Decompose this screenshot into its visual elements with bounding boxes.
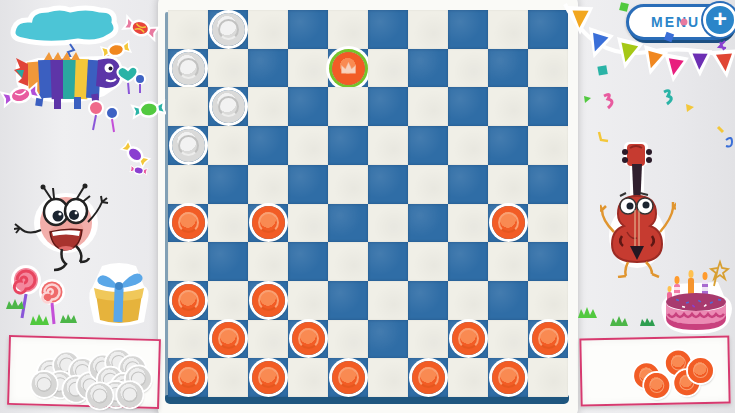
- confetti-square-icon: [597, 65, 607, 75]
- gift-box-icon: [86, 260, 152, 332]
- square-r2c10[interactable]: [528, 49, 568, 88]
- square-r8c8[interactable]: [448, 281, 488, 320]
- candy-icon: [130, 165, 148, 175]
- orange-piece[interactable]: [172, 361, 205, 394]
- square-r10c10[interactable]: [528, 358, 568, 397]
- square-r4c4[interactable]: [288, 126, 328, 165]
- square-r5c5[interactable]: [328, 165, 368, 204]
- square-r5c7[interactable]: [408, 165, 448, 204]
- square-r2c5[interactable]: [328, 49, 368, 88]
- square-r2c8[interactable]: [448, 49, 488, 88]
- square-r1c8[interactable]: [448, 10, 488, 49]
- square-r6c8[interactable]: [448, 204, 488, 243]
- square-r8c7[interactable]: [408, 281, 448, 320]
- square-r9c6[interactable]: [368, 320, 408, 359]
- square-r6c9[interactable]: [488, 204, 528, 243]
- orange-piece[interactable]: [252, 361, 285, 394]
- captured-orange-tray: [579, 335, 730, 406]
- square-r9c10[interactable]: [528, 320, 568, 359]
- square-r3c9[interactable]: [488, 87, 528, 126]
- square-r4c1[interactable]: [168, 126, 208, 165]
- square-r1c6[interactable]: [368, 10, 408, 49]
- game-screen: MENU +: [0, 0, 735, 413]
- square-r1c9[interactable]: [488, 10, 528, 49]
- square-r10c7[interactable]: [408, 358, 448, 397]
- square-r4c3[interactable]: [248, 126, 288, 165]
- square-r6c10[interactable]: [528, 204, 568, 243]
- square-r3c8[interactable]: [448, 87, 488, 126]
- square-r10c8[interactable]: [448, 358, 488, 397]
- square-r7c1[interactable]: [168, 242, 208, 281]
- square-r5c3[interactable]: [248, 165, 288, 204]
- confetti-squiggle-icon: [604, 95, 612, 108]
- square-r8c4[interactable]: [288, 281, 328, 320]
- square-r6c7[interactable]: [408, 204, 448, 243]
- confetti-square-icon: [664, 32, 674, 42]
- square-r2c6[interactable]: [368, 49, 408, 88]
- square-r3c10[interactable]: [528, 87, 568, 126]
- square-r1c1[interactable]: [168, 10, 208, 49]
- square-r3c2[interactable]: [208, 87, 248, 126]
- square-r1c10[interactable]: [528, 10, 568, 49]
- confetti-squiggle-icon: [726, 138, 732, 147]
- orange-piece[interactable]: [172, 284, 205, 317]
- square-r4c5[interactable]: [328, 126, 368, 165]
- square-r2c9[interactable]: [488, 49, 528, 88]
- grass-icon: [4, 295, 82, 331]
- square-r1c7[interactable]: [408, 10, 448, 49]
- candy-icon: [101, 41, 131, 59]
- orange-piece[interactable]: [252, 206, 285, 239]
- orange-piece[interactable]: [452, 322, 485, 355]
- square-r7c4[interactable]: [288, 242, 328, 281]
- square-r7c8[interactable]: [448, 242, 488, 281]
- orange-king-piece[interactable]: [332, 52, 365, 85]
- confetti-squiggle-icon: [719, 41, 726, 50]
- square-r3c5[interactable]: [328, 87, 368, 126]
- orange-piece[interactable]: [492, 361, 525, 394]
- square-r3c1[interactable]: [168, 87, 208, 126]
- square-r6c1[interactable]: [168, 204, 208, 243]
- square-r9c4[interactable]: [288, 320, 328, 359]
- square-r3c4[interactable]: [288, 87, 328, 126]
- square-r9c3[interactable]: [248, 320, 288, 359]
- heart-lollipop-icon: [117, 67, 145, 94]
- square-r10c3[interactable]: [248, 358, 288, 397]
- square-r4c6[interactable]: [368, 126, 408, 165]
- square-r7c10[interactable]: [528, 242, 568, 281]
- square-r8c6[interactable]: [368, 281, 408, 320]
- candy-icon: [120, 141, 149, 168]
- square-r9c1[interactable]: [168, 320, 208, 359]
- square-r8c5[interactable]: [328, 281, 368, 320]
- square-r5c10[interactable]: [528, 165, 568, 204]
- square-r8c2[interactable]: [208, 281, 248, 320]
- captured-white-piece: [117, 382, 143, 408]
- square-r6c6[interactable]: [368, 204, 408, 243]
- square-r5c9[interactable]: [488, 165, 528, 204]
- square-r10c4[interactable]: [288, 358, 328, 397]
- square-r5c4[interactable]: [288, 165, 328, 204]
- square-r9c5[interactable]: [328, 320, 368, 359]
- square-r9c9[interactable]: [488, 320, 528, 359]
- checkers-board[interactable]: [168, 10, 568, 397]
- candy-icon: [132, 100, 166, 118]
- square-r10c5[interactable]: [328, 358, 368, 397]
- white-piece[interactable]: [212, 90, 245, 123]
- square-r1c5[interactable]: [328, 10, 368, 49]
- captured-orange-piece: [644, 373, 670, 399]
- square-r7c5[interactable]: [328, 242, 368, 281]
- square-r7c2[interactable]: [208, 242, 248, 281]
- square-r5c6[interactable]: [368, 165, 408, 204]
- captured-white-tray: [7, 335, 161, 409]
- square-r2c3[interactable]: [248, 49, 288, 88]
- square-r3c3[interactable]: [248, 87, 288, 126]
- square-r9c8[interactable]: [448, 320, 488, 359]
- square-r6c3[interactable]: [248, 204, 288, 243]
- confetti-dot-icon: [681, 19, 688, 26]
- square-r10c6[interactable]: [368, 358, 408, 397]
- square-r8c3[interactable]: [248, 281, 288, 320]
- confetti-squiggle-icon: [718, 127, 723, 132]
- orange-piece[interactable]: [492, 206, 525, 239]
- square-r5c2[interactable]: [208, 165, 248, 204]
- square-r1c4[interactable]: [288, 10, 328, 49]
- square-r10c1[interactable]: [168, 358, 208, 397]
- orange-piece[interactable]: [412, 361, 445, 394]
- square-r10c9[interactable]: [488, 358, 528, 397]
- square-r8c10[interactable]: [528, 281, 568, 320]
- square-r8c1[interactable]: [168, 281, 208, 320]
- square-r7c3[interactable]: [248, 242, 288, 281]
- crown-icon: [338, 59, 359, 77]
- square-r7c7[interactable]: [408, 242, 448, 281]
- candy-icon: [1, 84, 39, 106]
- square-r2c1[interactable]: [168, 49, 208, 88]
- white-piece[interactable]: [172, 52, 205, 85]
- square-r6c5[interactable]: [328, 204, 368, 243]
- square-r3c7[interactable]: [408, 87, 448, 126]
- orange-piece[interactable]: [252, 284, 285, 317]
- square-r2c2[interactable]: [208, 49, 248, 88]
- orange-piece[interactable]: [332, 361, 365, 394]
- square-r7c6[interactable]: [368, 242, 408, 281]
- square-r9c7[interactable]: [408, 320, 448, 359]
- confetti-squiggle-icon: [664, 91, 671, 104]
- confetti-triangle-icon: [686, 104, 694, 112]
- square-r4c2[interactable]: [208, 126, 248, 165]
- square-r5c1[interactable]: [168, 165, 208, 204]
- orange-piece[interactable]: [172, 206, 205, 239]
- mini-lollipop-icon: [89, 101, 118, 132]
- candy-icon: [123, 16, 159, 40]
- square-r2c4[interactable]: [288, 49, 328, 88]
- orange-piece[interactable]: [532, 322, 565, 355]
- orange-piece[interactable]: [212, 322, 245, 355]
- square-r2c7[interactable]: [408, 49, 448, 88]
- square-r4c7[interactable]: [408, 126, 448, 165]
- orange-piece[interactable]: [292, 322, 325, 355]
- square-r3c6[interactable]: [368, 87, 408, 126]
- square-r7c9[interactable]: [488, 242, 528, 281]
- confetti-triangle-icon: [584, 96, 591, 103]
- square-r4c9[interactable]: [488, 126, 528, 165]
- square-r6c2[interactable]: [208, 204, 248, 243]
- captured-orange-piece: [688, 358, 714, 384]
- square-r9c2[interactable]: [208, 320, 248, 359]
- white-piece[interactable]: [212, 13, 245, 46]
- square-r1c3[interactable]: [248, 10, 288, 49]
- square-r4c8[interactable]: [448, 126, 488, 165]
- white-piece[interactable]: [172, 129, 205, 162]
- square-r8c9[interactable]: [488, 281, 528, 320]
- square-r4c10[interactable]: [528, 126, 568, 165]
- square-r10c2[interactable]: [208, 358, 248, 397]
- square-r1c2[interactable]: [208, 10, 248, 49]
- confetti-square-icon: [619, 2, 629, 12]
- square-r5c8[interactable]: [448, 165, 488, 204]
- square-r6c4[interactable]: [288, 204, 328, 243]
- grass-icon: [576, 302, 660, 330]
- birthday-cake-icon: [658, 258, 735, 336]
